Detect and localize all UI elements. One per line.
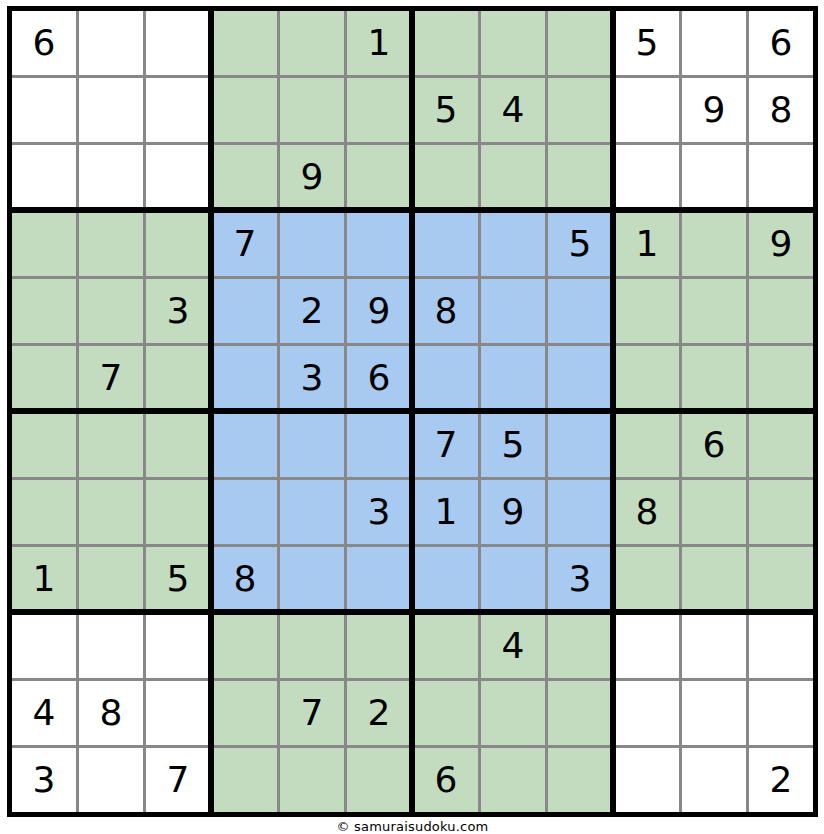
cell-r4c10: 1: [615, 212, 679, 276]
cell-r12c1: 3: [12, 748, 76, 812]
cell-r12c3: 7: [146, 748, 210, 812]
cell-r3c10[interactable]: [615, 145, 679, 209]
cell-r6c11[interactable]: [682, 346, 746, 410]
cell-r1c6: 1: [347, 11, 411, 75]
cell-r11c8[interactable]: [481, 681, 545, 745]
cell-r2c12: 8: [749, 78, 813, 142]
cell-r3c4[interactable]: [213, 145, 277, 209]
cell-r9c6[interactable]: [347, 547, 411, 611]
cell-r1c9[interactable]: [548, 11, 612, 75]
cell-r5c10[interactable]: [615, 279, 679, 343]
cell-r4c11[interactable]: [682, 212, 746, 276]
cell-r10c6[interactable]: [347, 614, 411, 678]
cell-r4c12: 9: [749, 212, 813, 276]
cell-r6c5: 3: [280, 346, 344, 410]
cell-r6c8[interactable]: [481, 346, 545, 410]
cell-r10c12[interactable]: [749, 614, 813, 678]
cell-r4c7[interactable]: [414, 212, 478, 276]
cell-r4c5[interactable]: [280, 212, 344, 276]
cell-r11c10[interactable]: [615, 681, 679, 745]
cell-r9c11[interactable]: [682, 547, 746, 611]
cell-r2c11: 9: [682, 78, 746, 142]
cell-r5c9[interactable]: [548, 279, 612, 343]
cell-r11c4[interactable]: [213, 681, 277, 745]
cell-r4c2[interactable]: [79, 212, 143, 276]
cell-r3c6[interactable]: [347, 145, 411, 209]
cell-r2c8: 4: [481, 78, 545, 142]
cell-r2c2[interactable]: [79, 78, 143, 142]
cell-r6c2: 7: [79, 346, 143, 410]
cell-r10c3[interactable]: [146, 614, 210, 678]
box-divider-horizontal-1: [12, 207, 813, 213]
cell-r12c4[interactable]: [213, 748, 277, 812]
cell-r5c3: 3: [146, 279, 210, 343]
cell-r12c9[interactable]: [548, 748, 612, 812]
cell-r10c1[interactable]: [12, 614, 76, 678]
cell-r8c10: 8: [615, 480, 679, 544]
cell-r7c5[interactable]: [280, 413, 344, 477]
cell-r9c12[interactable]: [749, 547, 813, 611]
cell-r8c5[interactable]: [280, 480, 344, 544]
cell-r9c2[interactable]: [79, 547, 143, 611]
cell-r3c3[interactable]: [146, 145, 210, 209]
cell-r9c3: 5: [146, 547, 210, 611]
cell-r7c10[interactable]: [615, 413, 679, 477]
cell-r2c5[interactable]: [280, 78, 344, 142]
cell-r1c10: 5: [615, 11, 679, 75]
cell-r3c8[interactable]: [481, 145, 545, 209]
cell-r2c10[interactable]: [615, 78, 679, 142]
cell-r9c8[interactable]: [481, 547, 545, 611]
cell-r6c1[interactable]: [12, 346, 76, 410]
cell-r10c9[interactable]: [548, 614, 612, 678]
cell-r1c11[interactable]: [682, 11, 746, 75]
cell-r8c7: 1: [414, 480, 478, 544]
cell-r1c8[interactable]: [481, 11, 545, 75]
cell-r8c9[interactable]: [548, 480, 612, 544]
cell-r11c11[interactable]: [682, 681, 746, 745]
cell-r12c11[interactable]: [682, 748, 746, 812]
cell-r5c2[interactable]: [79, 279, 143, 343]
cell-r1c7[interactable]: [414, 11, 478, 75]
cell-r3c7[interactable]: [414, 145, 478, 209]
cell-r2c9[interactable]: [548, 78, 612, 142]
cell-r6c6: 6: [347, 346, 411, 410]
cell-r4c6[interactable]: [347, 212, 411, 276]
cell-r6c10[interactable]: [615, 346, 679, 410]
cell-r2c3[interactable]: [146, 78, 210, 142]
cell-r7c8: 5: [481, 413, 545, 477]
cell-r2c7: 5: [414, 78, 478, 142]
cell-r4c3[interactable]: [146, 212, 210, 276]
cell-r4c9: 5: [548, 212, 612, 276]
cell-r3c9[interactable]: [548, 145, 612, 209]
cell-r7c6[interactable]: [347, 413, 411, 477]
cell-r3c11[interactable]: [682, 145, 746, 209]
cell-r5c6: 9: [347, 279, 411, 343]
cell-r11c1: 4: [12, 681, 76, 745]
cell-r10c8: 4: [481, 614, 545, 678]
cell-r6c4[interactable]: [213, 346, 277, 410]
cell-r10c7[interactable]: [414, 614, 478, 678]
sudoku-board: 6156549897519329873675631981583448723762: [7, 6, 818, 817]
cell-r6c7[interactable]: [414, 346, 478, 410]
cell-r1c4[interactable]: [213, 11, 277, 75]
cell-r2c1[interactable]: [12, 78, 76, 142]
cell-r6c9[interactable]: [548, 346, 612, 410]
cell-r8c3[interactable]: [146, 480, 210, 544]
cell-r8c1[interactable]: [12, 480, 76, 544]
cell-r1c3[interactable]: [146, 11, 210, 75]
cell-r8c6: 3: [347, 480, 411, 544]
box-divider-horizontal-2: [12, 408, 813, 414]
cell-r11c5: 7: [280, 681, 344, 745]
cell-r5c11[interactable]: [682, 279, 746, 343]
cell-r4c1[interactable]: [12, 212, 76, 276]
cell-r8c11[interactable]: [682, 480, 746, 544]
cell-r9c10[interactable]: [615, 547, 679, 611]
copyright-text: © samuraisudoku.com: [7, 819, 818, 834]
cell-r3c1[interactable]: [12, 145, 76, 209]
cell-r9c7[interactable]: [414, 547, 478, 611]
cell-r1c1: 6: [12, 11, 76, 75]
cell-r8c4[interactable]: [213, 480, 277, 544]
cell-r7c2[interactable]: [79, 413, 143, 477]
cell-r8c12[interactable]: [749, 480, 813, 544]
cell-r1c12: 6: [749, 11, 813, 75]
cell-r12c10[interactable]: [615, 748, 679, 812]
cell-r7c3[interactable]: [146, 413, 210, 477]
cell-r5c7: 8: [414, 279, 478, 343]
cell-r2c4[interactable]: [213, 78, 277, 142]
cell-r12c6[interactable]: [347, 748, 411, 812]
cell-r11c6: 2: [347, 681, 411, 745]
cell-r3c5: 9: [280, 145, 344, 209]
box-divider-horizontal-3: [12, 609, 813, 615]
cell-r8c8: 9: [481, 480, 545, 544]
cell-r5c5: 2: [280, 279, 344, 343]
cell-r12c12: 2: [749, 748, 813, 812]
cell-r8c2[interactable]: [79, 480, 143, 544]
cell-r10c4[interactable]: [213, 614, 277, 678]
cell-r2c6[interactable]: [347, 78, 411, 142]
cell-r7c11: 6: [682, 413, 746, 477]
cell-r10c11[interactable]: [682, 614, 746, 678]
cell-r3c2[interactable]: [79, 145, 143, 209]
cell-r5c12[interactable]: [749, 279, 813, 343]
cell-r9c5[interactable]: [280, 547, 344, 611]
cell-r11c3[interactable]: [146, 681, 210, 745]
cell-r11c2: 8: [79, 681, 143, 745]
cell-r7c1[interactable]: [12, 413, 76, 477]
cell-r6c3[interactable]: [146, 346, 210, 410]
cell-r12c5[interactable]: [280, 748, 344, 812]
cell-r3c12[interactable]: [749, 145, 813, 209]
cell-r7c12[interactable]: [749, 413, 813, 477]
cell-r7c4[interactable]: [213, 413, 277, 477]
puzzle-page: 6156549897519329873675631981583448723762…: [0, 0, 824, 834]
cell-r11c12[interactable]: [749, 681, 813, 745]
cell-r7c9[interactable]: [548, 413, 612, 477]
cell-r9c4: 8: [213, 547, 277, 611]
cell-r1c2[interactable]: [79, 11, 143, 75]
cell-r12c7: 6: [414, 748, 478, 812]
cell-r9c9: 3: [548, 547, 612, 611]
cell-r9c1: 1: [12, 547, 76, 611]
cell-r6c12[interactable]: [749, 346, 813, 410]
cell-r1c5[interactable]: [280, 11, 344, 75]
cell-r5c1[interactable]: [12, 279, 76, 343]
cell-r12c2[interactable]: [79, 748, 143, 812]
cell-r7c7: 7: [414, 413, 478, 477]
cell-r5c8[interactable]: [481, 279, 545, 343]
cell-r11c7[interactable]: [414, 681, 478, 745]
cell-r11c9[interactable]: [548, 681, 612, 745]
cell-r4c4: 7: [213, 212, 277, 276]
cell-r10c5[interactable]: [280, 614, 344, 678]
cell-r5c4[interactable]: [213, 279, 277, 343]
cell-r12c8[interactable]: [481, 748, 545, 812]
cell-r4c8[interactable]: [481, 212, 545, 276]
cell-r10c10[interactable]: [615, 614, 679, 678]
cell-r10c2[interactable]: [79, 614, 143, 678]
